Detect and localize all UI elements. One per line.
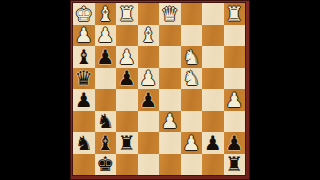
square-c8[interactable] xyxy=(181,154,203,176)
square-a5[interactable]: ♟ xyxy=(224,89,246,111)
square-e5[interactable]: ♟ xyxy=(138,89,160,111)
piece-wR: ♜ xyxy=(225,3,243,23)
square-g6[interactable]: ♞ xyxy=(95,111,117,133)
piece-bP: ♟ xyxy=(118,68,136,88)
square-c3[interactable]: ♞ xyxy=(181,46,203,68)
square-h1[interactable]: ♚ xyxy=(73,3,95,25)
square-a4[interactable] xyxy=(224,68,246,90)
piece-wP: ♟ xyxy=(139,68,157,88)
square-g8[interactable]: ♚ xyxy=(95,154,117,176)
square-c5[interactable] xyxy=(181,89,203,111)
square-h7[interactable]: ♞ xyxy=(73,132,95,154)
square-a6[interactable] xyxy=(224,111,246,133)
square-d5[interactable] xyxy=(159,89,181,111)
piece-wB: ♝ xyxy=(139,25,157,45)
square-c1[interactable] xyxy=(181,3,203,25)
piece-wP: ♟ xyxy=(161,111,179,131)
square-c6[interactable] xyxy=(181,111,203,133)
square-a7[interactable]: ♟ xyxy=(224,132,246,154)
piece-bP: ♟ xyxy=(204,132,222,152)
square-h5[interactable]: ♟ xyxy=(73,89,95,111)
piece-bP: ♟ xyxy=(75,89,93,109)
square-f6[interactable] xyxy=(116,111,138,133)
piece-wP: ♟ xyxy=(96,25,114,45)
piece-wB: ♝ xyxy=(96,3,114,23)
square-g2[interactable]: ♟ xyxy=(95,25,117,47)
chess-board: ♚♝♜♛♜♟♟♝♝♟♟♞♛♟♟♞♟♟♟♞♟♞♝♜♟♟♟♚♜ xyxy=(73,3,245,175)
square-d2[interactable] xyxy=(159,25,181,47)
square-d4[interactable] xyxy=(159,68,181,90)
piece-wP: ♟ xyxy=(182,132,200,152)
square-b6[interactable] xyxy=(202,111,224,133)
piece-wP: ♟ xyxy=(225,89,243,109)
square-e4[interactable]: ♟ xyxy=(138,68,160,90)
square-d3[interactable] xyxy=(159,46,181,68)
square-c2[interactable] xyxy=(181,25,203,47)
square-g5[interactable] xyxy=(95,89,117,111)
square-a2[interactable] xyxy=(224,25,246,47)
square-d8[interactable] xyxy=(159,154,181,176)
square-e1[interactable] xyxy=(138,3,160,25)
square-e8[interactable] xyxy=(138,154,160,176)
square-g7[interactable]: ♝ xyxy=(95,132,117,154)
piece-bB: ♝ xyxy=(96,132,114,152)
square-g4[interactable] xyxy=(95,68,117,90)
piece-bR: ♜ xyxy=(118,132,136,152)
square-g3[interactable]: ♟ xyxy=(95,46,117,68)
square-d6[interactable]: ♟ xyxy=(159,111,181,133)
piece-bB: ♝ xyxy=(75,46,93,66)
square-h2[interactable]: ♟ xyxy=(73,25,95,47)
square-e6[interactable] xyxy=(138,111,160,133)
piece-bP: ♟ xyxy=(96,46,114,66)
square-e7[interactable] xyxy=(138,132,160,154)
square-e3[interactable] xyxy=(138,46,160,68)
piece-bR: ♜ xyxy=(225,154,243,174)
piece-wP: ♟ xyxy=(118,46,136,66)
square-h6[interactable] xyxy=(73,111,95,133)
square-f4[interactable]: ♟ xyxy=(116,68,138,90)
square-f3[interactable]: ♟ xyxy=(116,46,138,68)
piece-bN: ♞ xyxy=(75,132,93,152)
square-a1[interactable]: ♜ xyxy=(224,3,246,25)
square-c4[interactable]: ♞ xyxy=(181,68,203,90)
square-b8[interactable] xyxy=(202,154,224,176)
piece-bN: ♞ xyxy=(96,111,114,131)
square-c7[interactable]: ♟ xyxy=(181,132,203,154)
square-b7[interactable]: ♟ xyxy=(202,132,224,154)
square-b3[interactable] xyxy=(202,46,224,68)
square-b2[interactable] xyxy=(202,25,224,47)
piece-wQ: ♛ xyxy=(161,3,179,23)
square-f8[interactable] xyxy=(116,154,138,176)
square-d1[interactable]: ♛ xyxy=(159,3,181,25)
square-a3[interactable] xyxy=(224,46,246,68)
square-f2[interactable] xyxy=(116,25,138,47)
piece-wN: ♞ xyxy=(182,46,200,66)
piece-wK: ♚ xyxy=(75,3,93,23)
square-f5[interactable] xyxy=(116,89,138,111)
square-b4[interactable] xyxy=(202,68,224,90)
square-a8[interactable]: ♜ xyxy=(224,154,246,176)
square-h8[interactable] xyxy=(73,154,95,176)
square-f1[interactable]: ♜ xyxy=(116,3,138,25)
piece-bP: ♟ xyxy=(139,89,157,109)
piece-bK: ♚ xyxy=(96,154,114,174)
square-b5[interactable] xyxy=(202,89,224,111)
piece-wP: ♟ xyxy=(75,25,93,45)
square-f7[interactable]: ♜ xyxy=(116,132,138,154)
square-d7[interactable] xyxy=(159,132,181,154)
piece-bQ: ♛ xyxy=(75,68,93,88)
square-g1[interactable]: ♝ xyxy=(95,3,117,25)
board-frame: ♚♝♜♛♜♟♟♝♝♟♟♞♛♟♟♞♟♟♟♞♟♞♝♜♟♟♟♚♜ xyxy=(70,0,250,180)
square-e2[interactable]: ♝ xyxy=(138,25,160,47)
square-b1[interactable] xyxy=(202,3,224,25)
video-frame: ♚♝♜♛♜♟♟♝♝♟♟♞♛♟♟♞♟♟♟♞♟♞♝♜♟♟♟♚♜ xyxy=(0,0,320,180)
piece-bP: ♟ xyxy=(225,132,243,152)
piece-wN: ♞ xyxy=(182,68,200,88)
square-h4[interactable]: ♛ xyxy=(73,68,95,90)
square-h3[interactable]: ♝ xyxy=(73,46,95,68)
piece-wR: ♜ xyxy=(118,3,136,23)
